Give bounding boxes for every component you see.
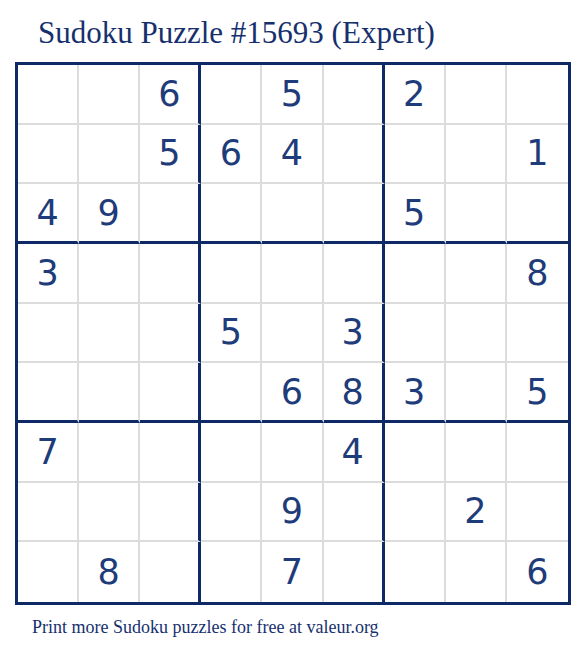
cell-r5c9[interactable] [507, 304, 568, 364]
sudoku-page: Sudoku Puzzle #15693 (Expert) 6525641495… [0, 0, 580, 651]
cell-r2c9[interactable]: 1 [507, 125, 568, 185]
cell-r1c3[interactable]: 6 [140, 65, 201, 125]
cell-r1c2[interactable] [79, 65, 140, 125]
cell-r7c7[interactable] [385, 423, 446, 483]
cell-r7c3[interactable] [140, 423, 201, 483]
cell-r3c4[interactable] [201, 184, 262, 244]
cell-r4c8[interactable] [446, 244, 507, 304]
cell-r8c3[interactable] [140, 483, 201, 543]
cell-r4c6[interactable] [324, 244, 385, 304]
cell-r6c3[interactable] [140, 363, 201, 423]
cell-r1c8[interactable] [446, 65, 507, 125]
cell-r1c7[interactable]: 2 [385, 65, 446, 125]
cell-r2c2[interactable] [79, 125, 140, 185]
footer-text: Print more Sudoku puzzles for free at va… [32, 617, 379, 639]
cell-r1c5[interactable]: 5 [262, 65, 323, 125]
cell-r7c9[interactable] [507, 423, 568, 483]
cell-r3c5[interactable] [262, 184, 323, 244]
cell-r9c4[interactable] [201, 542, 262, 602]
cell-r2c6[interactable] [324, 125, 385, 185]
cell-r7c4[interactable] [201, 423, 262, 483]
cell-r8c6[interactable] [324, 483, 385, 543]
cell-r4c9[interactable]: 8 [507, 244, 568, 304]
cell-r9c8[interactable] [446, 542, 507, 602]
cell-r3c8[interactable] [446, 184, 507, 244]
cell-r2c8[interactable] [446, 125, 507, 185]
cell-r1c4[interactable] [201, 65, 262, 125]
cell-r1c9[interactable] [507, 65, 568, 125]
cell-r3c1[interactable]: 4 [18, 184, 79, 244]
cell-r3c6[interactable] [324, 184, 385, 244]
cell-r3c3[interactable] [140, 184, 201, 244]
cell-r9c5[interactable]: 7 [262, 542, 323, 602]
cell-r5c7[interactable] [385, 304, 446, 364]
cell-r7c1[interactable]: 7 [18, 423, 79, 483]
cell-r5c2[interactable] [79, 304, 140, 364]
cell-r3c9[interactable] [507, 184, 568, 244]
cell-r8c8[interactable]: 2 [446, 483, 507, 543]
cell-r9c9[interactable]: 6 [507, 542, 568, 602]
cell-r1c1[interactable] [18, 65, 79, 125]
cell-r6c1[interactable] [18, 363, 79, 423]
cell-r9c7[interactable] [385, 542, 446, 602]
cell-r7c2[interactable] [79, 423, 140, 483]
cell-r8c7[interactable] [385, 483, 446, 543]
cell-r6c4[interactable] [201, 363, 262, 423]
cell-r8c1[interactable] [18, 483, 79, 543]
cell-r1c6[interactable] [324, 65, 385, 125]
cell-r8c5[interactable]: 9 [262, 483, 323, 543]
cell-r5c6[interactable]: 3 [324, 304, 385, 364]
cell-r5c3[interactable] [140, 304, 201, 364]
cell-r4c3[interactable] [140, 244, 201, 304]
cell-r6c5[interactable]: 6 [262, 363, 323, 423]
cell-r3c2[interactable]: 9 [79, 184, 140, 244]
cell-r6c7[interactable]: 3 [385, 363, 446, 423]
cell-r4c4[interactable] [201, 244, 262, 304]
cell-r5c5[interactable] [262, 304, 323, 364]
cell-r8c9[interactable] [507, 483, 568, 543]
cell-r4c7[interactable] [385, 244, 446, 304]
cell-r2c5[interactable]: 4 [262, 125, 323, 185]
cell-r8c4[interactable] [201, 483, 262, 543]
cell-r2c3[interactable]: 5 [140, 125, 201, 185]
cell-r2c4[interactable]: 6 [201, 125, 262, 185]
cell-r7c8[interactable] [446, 423, 507, 483]
cell-r9c1[interactable] [18, 542, 79, 602]
cell-r2c7[interactable] [385, 125, 446, 185]
cell-r7c5[interactable] [262, 423, 323, 483]
cell-r4c5[interactable] [262, 244, 323, 304]
cell-r9c6[interactable] [324, 542, 385, 602]
cell-r9c3[interactable] [140, 542, 201, 602]
cell-r2c1[interactable] [18, 125, 79, 185]
cell-r6c8[interactable] [446, 363, 507, 423]
cell-r8c2[interactable] [79, 483, 140, 543]
cell-r4c1[interactable]: 3 [18, 244, 79, 304]
cell-r5c1[interactable] [18, 304, 79, 364]
cell-r6c9[interactable]: 5 [507, 363, 568, 423]
page-title: Sudoku Puzzle #15693 (Expert) [38, 14, 435, 51]
cell-r9c2[interactable]: 8 [79, 542, 140, 602]
cell-r7c6[interactable]: 4 [324, 423, 385, 483]
cell-r6c6[interactable]: 8 [324, 363, 385, 423]
cell-r3c7[interactable]: 5 [385, 184, 446, 244]
sudoku-board: 6525641495385368357492876 [15, 62, 571, 605]
cell-r4c2[interactable] [79, 244, 140, 304]
cell-r6c2[interactable] [79, 363, 140, 423]
cell-r5c4[interactable]: 5 [201, 304, 262, 364]
cell-r5c8[interactable] [446, 304, 507, 364]
